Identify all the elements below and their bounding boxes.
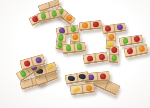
tile-half-apple <box>96 72 109 80</box>
tile-half-orange <box>80 22 91 29</box>
apple-icon <box>98 53 105 60</box>
orange-icon <box>82 22 89 29</box>
apple-icon <box>100 73 107 80</box>
plum-icon <box>34 56 41 63</box>
tile-half-apple <box>94 52 107 61</box>
tile-half-pear <box>110 53 119 61</box>
tile-half-pear <box>48 10 60 18</box>
tile-half-pear <box>73 43 85 51</box>
apple-icon <box>93 21 100 28</box>
tile-half-plum <box>31 55 45 66</box>
domino-tile-orange-apple[interactable] <box>79 20 103 31</box>
pear-icon <box>70 26 76 33</box>
eggplant-icon <box>67 76 75 82</box>
tile-half-orange <box>63 12 75 23</box>
tile-half-apple <box>130 35 142 43</box>
tile-half-apple <box>90 21 102 28</box>
domino-tile-apple-pear[interactable] <box>108 46 119 64</box>
tile-half-banana <box>43 63 56 73</box>
pear-icon <box>65 44 71 51</box>
pear-icon <box>51 10 57 17</box>
pear-icon <box>122 37 128 44</box>
orange-icon <box>65 14 73 22</box>
pear-icon <box>111 54 116 61</box>
eggplant-icon <box>79 74 87 80</box>
plum-icon <box>116 24 123 31</box>
orange-icon <box>138 46 145 53</box>
domino-tile-apple-orange[interactable] <box>123 44 148 58</box>
tile-half-orange <box>135 45 148 54</box>
domino-tile-apple-apple[interactable] <box>82 51 108 64</box>
apple-icon <box>86 55 93 62</box>
tile-half-orange <box>82 84 95 92</box>
pear-icon <box>19 70 27 78</box>
orange-icon <box>108 33 115 40</box>
tile-half-eggplant <box>76 72 89 81</box>
tile-half-banana <box>71 85 83 93</box>
orange-icon <box>85 84 92 91</box>
domino-tile-banana-orange[interactable] <box>69 83 95 96</box>
pear-icon <box>40 13 46 20</box>
domino-tile-pear-pear[interactable] <box>62 42 87 54</box>
apple-icon <box>133 36 140 43</box>
apple-icon <box>127 48 134 55</box>
tile-half-plum <box>113 24 125 32</box>
banana-icon <box>72 86 80 93</box>
tile-half-pear <box>63 44 74 52</box>
tile-half-blank <box>105 81 120 94</box>
fruit-dominoes-scene <box>0 0 150 108</box>
banana-icon <box>46 64 54 72</box>
pear-icon <box>77 43 83 50</box>
apple-icon <box>23 60 30 67</box>
